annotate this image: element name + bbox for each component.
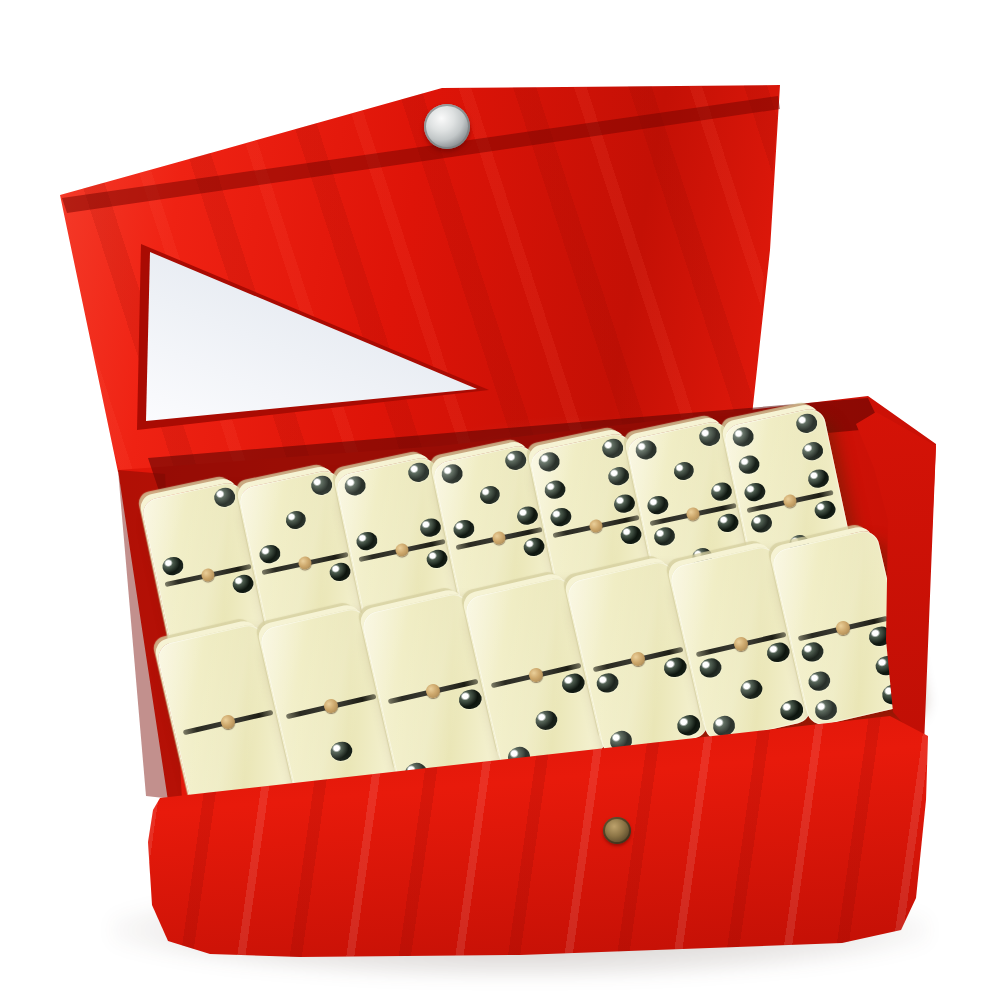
pip: [543, 478, 567, 500]
pip: [806, 468, 830, 490]
tile-divider-line: [456, 527, 543, 550]
tile-spinner: [630, 651, 647, 668]
pip: [634, 438, 658, 460]
pip: [533, 708, 559, 732]
pip: [743, 481, 767, 503]
tile-spinner: [394, 543, 409, 558]
pip: [813, 499, 837, 521]
pip: [440, 463, 464, 485]
pip: [515, 505, 539, 527]
pip: [560, 671, 586, 695]
pip: [407, 461, 431, 483]
pip: [328, 560, 352, 582]
tile-divider-line: [747, 490, 834, 513]
pip: [418, 517, 442, 539]
pip: [619, 523, 643, 545]
tile-spinner: [732, 635, 749, 652]
pip: [504, 449, 528, 471]
pip: [478, 484, 502, 506]
tile-divider-line: [797, 615, 889, 641]
tile-spinner: [200, 567, 215, 582]
tile-divider-line: [359, 539, 446, 562]
tile-divider-line: [592, 646, 684, 672]
pip: [795, 412, 819, 434]
tile-spinner: [425, 682, 442, 699]
pip: [284, 508, 308, 530]
pip: [425, 548, 449, 570]
pip: [676, 713, 702, 737]
tile-divider-line: [695, 631, 787, 657]
pip: [161, 555, 185, 577]
pip: [328, 739, 354, 763]
tile-upper-half: [722, 406, 839, 509]
tile-divider-line: [262, 551, 349, 574]
snap-button-bottom-icon[interactable]: [603, 817, 631, 844]
domino-case-scene: [0, 0, 1000, 1000]
pip: [537, 450, 561, 472]
tile-divider-line: [553, 514, 640, 537]
pip: [549, 506, 573, 528]
tile-spinner: [491, 530, 506, 545]
pip: [672, 459, 696, 481]
tile-spinner: [782, 493, 797, 508]
pip: [646, 494, 670, 516]
pip: [737, 454, 761, 476]
pip: [607, 465, 631, 487]
pip: [801, 440, 825, 462]
pip: [355, 530, 379, 552]
pip: [652, 525, 676, 547]
pip: [213, 486, 237, 508]
pip: [612, 492, 636, 514]
tile-spinner: [588, 518, 603, 533]
pip: [343, 475, 367, 497]
tile-divider-line: [387, 678, 479, 704]
tile-divider-line: [182, 709, 274, 735]
tile-spinner: [297, 555, 312, 570]
pip: [778, 698, 804, 722]
pip: [662, 656, 688, 680]
tile-spinner: [527, 666, 544, 683]
tile-divider-line: [285, 693, 377, 719]
pip: [698, 424, 722, 446]
tile-spinner: [322, 698, 339, 715]
pip: [457, 687, 483, 711]
tile-spinner: [835, 619, 852, 636]
pip: [813, 698, 839, 722]
pip: [800, 640, 826, 664]
pip: [731, 426, 755, 448]
pip: [258, 543, 282, 565]
pip: [452, 518, 476, 540]
pip: [765, 640, 791, 664]
tile-spinner: [685, 506, 700, 521]
pip: [595, 671, 621, 695]
pip: [709, 480, 733, 502]
tile-divider-line: [165, 563, 252, 586]
pip: [601, 437, 625, 459]
pip: [231, 573, 255, 595]
pip: [698, 655, 724, 679]
pip: [749, 512, 773, 534]
pip: [807, 669, 833, 693]
pip: [522, 536, 546, 558]
pip: [716, 511, 740, 533]
pip: [738, 677, 764, 701]
tile-divider-line: [490, 662, 582, 688]
pip: [310, 474, 334, 496]
tile-divider-line: [650, 502, 737, 525]
tile-spinner: [220, 714, 237, 731]
